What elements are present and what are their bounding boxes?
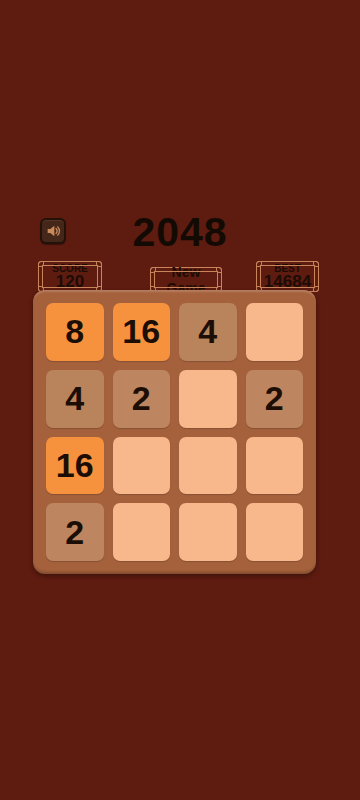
- frame-corner-ornament: [150, 267, 156, 273]
- frame-corner-ornament: [313, 286, 319, 292]
- empty-cell: [246, 303, 304, 361]
- game-screen: 2048 SCORE 120 New Game BEST 14684 81644…: [0, 0, 360, 800]
- empty-cell: [113, 437, 171, 495]
- new-game-button[interactable]: New Game: [150, 267, 222, 292]
- frame-corner-ornament: [96, 261, 102, 267]
- frame-corner-ornament: [38, 261, 44, 267]
- tile-4: 4: [46, 370, 104, 428]
- game-title: 2048: [0, 212, 360, 253]
- board[interactable]: 8164422162: [33, 290, 316, 574]
- empty-cell: [113, 503, 171, 561]
- frame-corner-ornament: [216, 267, 222, 273]
- tile-16: 16: [46, 437, 104, 495]
- tile-16: 16: [113, 303, 171, 361]
- frame-corner-ornament: [256, 261, 262, 267]
- tile-2: 2: [113, 370, 171, 428]
- empty-cell: [246, 437, 304, 495]
- tile-2: 2: [46, 503, 104, 561]
- score-box: SCORE 120: [38, 261, 102, 292]
- best-value: 14684: [264, 274, 311, 290]
- empty-cell: [179, 370, 237, 428]
- score-value: 120: [56, 274, 84, 290]
- tile-4: 4: [179, 303, 237, 361]
- empty-cell: [179, 437, 237, 495]
- frame-corner-ornament: [313, 261, 319, 267]
- best-box: BEST 14684: [256, 261, 319, 292]
- tile-8: 8: [46, 303, 104, 361]
- tile-2: 2: [246, 370, 304, 428]
- empty-cell: [179, 503, 237, 561]
- empty-cell: [246, 503, 304, 561]
